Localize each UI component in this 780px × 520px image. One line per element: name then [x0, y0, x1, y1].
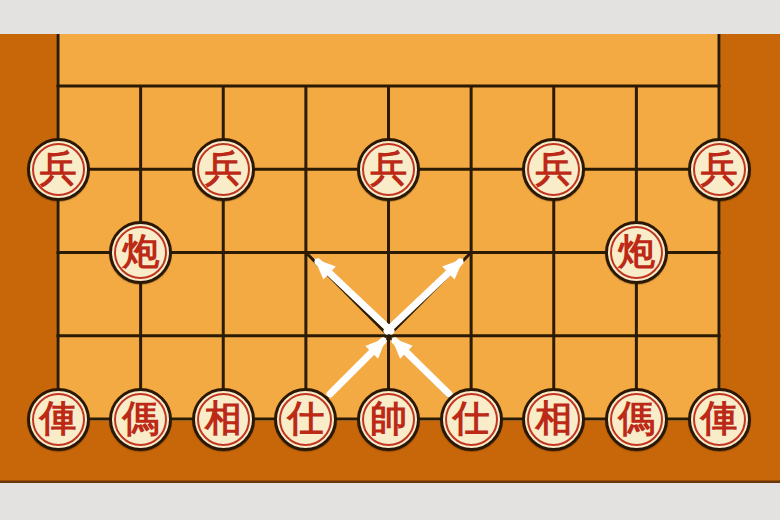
piece-glyph: 俥 — [40, 400, 77, 437]
piece-soldier[interactable]: 兵 — [688, 138, 751, 201]
piece-glyph: 兵 — [535, 150, 572, 187]
piece-soldier[interactable]: 兵 — [357, 138, 420, 201]
piece-chariot[interactable]: 俥 — [27, 388, 90, 451]
piece-elephant[interactable]: 相 — [192, 388, 255, 451]
piece-inner-ring: 俥 — [693, 393, 746, 446]
piece-inner-ring: 兵 — [527, 143, 580, 196]
piece-glyph: 炮 — [122, 233, 159, 270]
piece-inner-ring: 俥 — [32, 393, 85, 446]
piece-cannon[interactable]: 炮 — [109, 221, 172, 284]
piece-inner-ring: 帥 — [362, 393, 415, 446]
piece-inner-ring: 相 — [197, 393, 250, 446]
piece-glyph: 兵 — [370, 150, 407, 187]
piece-inner-ring: 兵 — [693, 143, 746, 196]
piece-general[interactable]: 帥 — [357, 388, 420, 451]
piece-glyph: 仕 — [287, 400, 324, 437]
piece-glyph: 兵 — [701, 150, 738, 187]
piece-cannon[interactable]: 炮 — [605, 221, 668, 284]
piece-glyph: 帥 — [370, 400, 407, 437]
piece-chariot[interactable]: 俥 — [688, 388, 751, 451]
piece-inner-ring: 兵 — [362, 143, 415, 196]
piece-inner-ring: 傌 — [610, 393, 663, 446]
letterbox-bottom — [0, 483, 780, 520]
piece-soldier[interactable]: 兵 — [192, 138, 255, 201]
piece-inner-ring: 炮 — [114, 226, 167, 279]
piece-inner-ring: 仕 — [279, 393, 332, 446]
letterbox-top — [0, 0, 780, 34]
piece-soldier[interactable]: 兵 — [27, 138, 90, 201]
piece-glyph: 相 — [205, 400, 242, 437]
piece-glyph: 兵 — [205, 150, 242, 187]
piece-soldier[interactable]: 兵 — [522, 138, 585, 201]
piece-inner-ring: 兵 — [197, 143, 250, 196]
piece-inner-ring: 相 — [527, 393, 580, 446]
piece-glyph: 相 — [535, 400, 572, 437]
piece-inner-ring: 炮 — [610, 226, 663, 279]
piece-glyph: 炮 — [618, 233, 655, 270]
piece-inner-ring: 兵 — [32, 143, 85, 196]
piece-glyph: 俥 — [701, 400, 738, 437]
piece-inner-ring: 傌 — [114, 393, 167, 446]
piece-horse[interactable]: 傌 — [605, 388, 668, 451]
piece-glyph: 傌 — [618, 400, 655, 437]
piece-inner-ring: 仕 — [445, 393, 498, 446]
piece-horse[interactable]: 傌 — [109, 388, 172, 451]
piece-glyph: 傌 — [122, 400, 159, 437]
piece-advisor[interactable]: 仕 — [440, 388, 503, 451]
piece-glyph: 兵 — [40, 150, 77, 187]
screen: 俥傌相仕帥仕相傌俥炮炮兵兵兵兵兵 — [0, 0, 780, 520]
piece-advisor[interactable]: 仕 — [274, 388, 337, 451]
piece-glyph: 仕 — [453, 400, 490, 437]
piece-elephant[interactable]: 相 — [522, 388, 585, 451]
